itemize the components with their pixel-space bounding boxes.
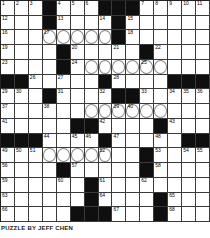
clue-number: 40 [127,104,133,109]
black-cell [112,89,126,104]
black-cell [112,1,126,16]
cell[interactable]: 42 [99,119,113,134]
cell[interactable] [15,60,29,75]
black-cell [71,119,85,134]
black-cell [182,134,196,149]
clue-number: 36 [197,89,203,94]
cell[interactable] [168,60,182,75]
cell[interactable] [140,104,154,119]
cell[interactable]: 21 [112,45,126,60]
cell[interactable] [112,60,126,75]
clue-number: 33 [141,89,147,94]
cell[interactable]: 47 [112,134,126,149]
cell[interactable] [71,104,85,119]
clue-number: 27 [58,75,64,80]
clue-number: 15 [127,16,133,21]
cell[interactable]: 65 [168,193,182,208]
clue-number: 58 [155,163,161,168]
cell[interactable]: 3 [29,1,43,16]
cell[interactable] [43,45,57,60]
cell[interactable] [43,207,57,222]
cell[interactable]: 34 [168,89,182,104]
clue-number: 49 [2,148,8,153]
black-cell [154,207,168,222]
cell[interactable] [112,178,126,193]
black-cell [112,16,126,31]
circle-marker [57,148,70,162]
cell[interactable] [15,193,29,208]
cell[interactable] [71,75,85,90]
cell[interactable] [29,178,43,193]
cell[interactable] [43,119,57,134]
cell[interactable] [140,30,154,45]
cell[interactable]: 22 [154,45,168,60]
cell[interactable] [99,60,113,75]
cell[interactable] [29,16,43,31]
cell[interactable]: 35 [182,89,196,104]
cell[interactable] [29,193,43,208]
cell[interactable] [71,30,85,45]
clue-number: 66 [2,207,8,212]
clue-number: 65 [169,193,175,198]
cell[interactable] [196,193,210,208]
clue-number: 8 [155,1,158,6]
cell[interactable] [15,45,29,60]
cell[interactable] [140,119,154,134]
cell[interactable] [85,45,99,60]
cell[interactable] [85,89,99,104]
cell[interactable] [140,75,154,90]
cell[interactable] [112,193,126,208]
clue-number: 6 [86,1,89,6]
cell[interactable] [196,60,210,75]
black-cell [154,193,168,208]
cell[interactable] [182,163,196,178]
cell[interactable]: 64 [99,193,113,208]
cell[interactable] [29,119,43,134]
black-cell [154,119,168,134]
clue-number: 23 [2,60,8,65]
clue-number: 21 [113,45,119,50]
clue-number: 16 [2,30,8,35]
cell[interactable] [140,207,154,222]
clue-number: 59 [2,178,8,183]
cell[interactable] [71,178,85,193]
circle-marker [57,30,70,44]
black-cell [29,134,43,149]
clue-number: 11 [197,1,202,6]
cell[interactable]: 67 [112,207,126,222]
cell[interactable] [182,30,196,45]
cell[interactable] [196,119,210,134]
cell[interactable] [43,148,57,163]
cell[interactable] [182,119,196,134]
clue-number: 61 [100,178,106,183]
black-cell [196,134,210,149]
cell[interactable]: 38 [43,104,57,119]
cell[interactable]: 14 [99,16,113,31]
cell[interactable]: 62 [140,178,154,193]
circle-marker [154,104,167,118]
crossword-page: 1234567891011121314151617181920212223242… [0,0,210,238]
cell[interactable]: 55 [196,148,210,163]
cell[interactable]: 49 [1,148,15,163]
clue-number: 10 [183,1,189,6]
cell[interactable] [140,16,154,31]
cell[interactable] [168,16,182,31]
cell[interactable]: 13 [57,16,71,31]
cell[interactable] [57,104,71,119]
cell[interactable] [85,75,99,90]
cell[interactable] [57,119,71,134]
cell[interactable] [57,134,71,149]
cell[interactable]: 16 [1,30,15,45]
cell[interactable] [182,178,196,193]
cell[interactable] [126,193,140,208]
cell[interactable] [29,60,43,75]
clue-number: 34 [169,89,175,94]
clue-number: 17 [44,30,50,35]
clue-number: 60 [58,178,64,183]
cell[interactable]: 61 [99,178,113,193]
cell[interactable] [182,16,196,31]
black-cell [57,45,71,60]
cell[interactable] [126,45,140,60]
cell[interactable] [43,60,57,75]
cell[interactable] [71,16,85,31]
cell[interactable] [71,148,85,163]
cell[interactable]: 10 [182,1,196,16]
clue-number: 19 [2,45,8,50]
cell[interactable] [168,45,182,60]
clue-number: 35 [183,89,189,94]
black-cell [85,193,99,208]
clue-number: 5 [72,1,75,6]
cell[interactable] [29,45,43,60]
black-cell [196,75,210,90]
cell[interactable] [99,30,113,45]
clue-number: 29 [2,89,8,94]
cell[interactable] [196,104,210,119]
clue-number: 43 [169,119,175,124]
cell[interactable] [15,163,29,178]
cell[interactable]: 29 [1,89,15,104]
circle-marker [85,104,98,118]
cell[interactable] [126,119,140,134]
cell[interactable] [168,178,182,193]
cell[interactable] [99,45,113,60]
clue-number: 2 [16,1,19,6]
clue-number: 26 [30,75,36,80]
cell[interactable] [71,89,85,104]
cell[interactable] [57,207,71,222]
clue-number: 25 [141,60,147,65]
cell[interactable]: 60 [57,178,71,193]
clue-number: 56 [2,163,8,168]
cell[interactable] [154,30,168,45]
black-cell [140,163,154,178]
cell[interactable] [85,16,99,31]
clue-number: 13 [58,16,64,21]
cell[interactable] [154,104,168,119]
cell[interactable]: 54 [182,148,196,163]
clue-number: 41 [2,119,8,124]
cell[interactable]: 19 [1,45,15,60]
clue-number: 51 [30,148,36,153]
circle-marker [140,104,153,118]
black-cell [43,16,57,31]
cell[interactable] [182,60,196,75]
cell[interactable]: 9 [168,1,182,16]
clue-number: 55 [197,148,203,153]
cell[interactable]: 5 [71,1,85,16]
cell[interactable]: 33 [140,89,154,104]
cell[interactable] [196,178,210,193]
cell[interactable]: 15 [126,16,140,31]
cell[interactable] [29,163,43,178]
clue-number: 63 [2,193,8,198]
cell[interactable] [57,193,71,208]
cell[interactable] [29,89,43,104]
circle-marker [154,60,167,74]
black-cell [15,134,29,149]
cell[interactable]: 50 [15,148,29,163]
cell[interactable] [154,16,168,31]
black-cell [126,1,140,16]
clue-number: 30 [16,89,22,94]
cell[interactable]: 17 [43,30,57,45]
cell[interactable]: 25 [140,60,154,75]
cell[interactable] [196,16,210,31]
cell[interactable]: 6 [85,1,99,16]
cell[interactable] [29,207,43,222]
clue-number: 46 [86,134,92,139]
cell[interactable] [15,207,29,222]
cell[interactable] [140,193,154,208]
cell[interactable] [85,30,99,45]
cell[interactable] [99,104,113,119]
cell[interactable] [15,119,29,134]
black-cell [1,134,15,149]
clue-number: 14 [100,16,106,21]
black-cell [99,207,113,222]
cell[interactable] [126,60,140,75]
cell[interactable]: 36 [196,89,210,104]
cell[interactable]: 46 [85,134,99,149]
cell[interactable] [168,134,182,149]
circle-marker [43,148,56,162]
cell[interactable]: 8 [154,1,168,16]
cell[interactable] [168,104,182,119]
cell[interactable] [196,45,210,60]
cell[interactable] [196,163,210,178]
black-cell [71,207,85,222]
cell[interactable]: 12 [1,16,15,31]
black-cell [112,30,126,45]
cell[interactable] [154,178,168,193]
clue-number: 37 [2,104,8,109]
cell[interactable] [43,193,57,208]
cell[interactable] [15,104,29,119]
clue-number: 39 [113,104,119,109]
cell[interactable] [126,163,140,178]
cell[interactable]: 26 [29,75,43,90]
cell[interactable] [85,148,99,163]
clue-number: 28 [113,75,119,80]
black-cell [85,207,99,222]
cell[interactable]: 45 [71,134,85,149]
cell[interactable] [29,104,43,119]
cell[interactable] [182,45,196,60]
cell[interactable] [71,193,85,208]
cell[interactable] [85,163,99,178]
cell[interactable]: 39 [112,104,126,119]
cell[interactable]: 28 [112,75,126,90]
cell[interactable]: 11 [196,1,210,16]
cell[interactable]: 41 [1,119,15,134]
cell[interactable] [154,60,168,75]
cell[interactable] [168,30,182,45]
cell[interactable] [15,178,29,193]
clue-number: 54 [183,148,189,153]
cell[interactable] [168,148,182,163]
circle-marker [99,30,112,44]
clue-number: 9 [169,1,172,6]
cell[interactable] [85,104,99,119]
clue-number: 64 [100,193,106,198]
cell[interactable]: 68 [168,207,182,222]
clue-number: 53 [155,148,161,153]
cell[interactable]: 2 [15,1,29,16]
clue-number: 3 [30,1,33,6]
clue-number: 38 [44,104,50,109]
cell[interactable]: 52 [99,148,113,163]
black-cell [168,75,182,90]
cell[interactable] [85,60,99,75]
cell[interactable] [15,30,29,45]
cell[interactable] [43,178,57,193]
clue-number: 44 [44,134,50,139]
black-cell [57,60,71,75]
clue-number: 68 [169,207,175,212]
cell[interactable]: 43 [168,119,182,134]
cell[interactable] [126,148,140,163]
cell[interactable] [154,75,168,90]
cell[interactable] [43,163,57,178]
puzzle-byline: PUZZLE BY JEFF CHEN [1,225,73,232]
cell[interactable] [126,178,140,193]
circle-marker [71,148,84,162]
black-cell [85,178,99,193]
cell[interactable] [57,30,71,45]
clue-number: 18 [127,30,133,35]
clue-number: 50 [16,148,22,153]
cell[interactable]: 18 [126,30,140,45]
circle-marker [85,60,98,74]
cell[interactable] [182,193,196,208]
black-cell [126,89,140,104]
cell[interactable]: 23 [1,60,15,75]
cell[interactable]: 59 [1,178,15,193]
cell[interactable] [182,207,196,222]
cell[interactable]: 48 [154,134,168,149]
black-cell [1,75,15,90]
cell[interactable]: 66 [1,207,15,222]
cell[interactable]: 44 [43,134,57,149]
circle-marker [99,60,112,74]
cell[interactable] [43,75,57,90]
cell[interactable] [196,30,210,45]
black-cell [57,163,71,178]
cell[interactable]: 57 [71,163,85,178]
cell[interactable] [15,16,29,31]
cell[interactable]: 1 [1,1,15,16]
cell[interactable]: 37 [1,104,15,119]
cell[interactable] [112,163,126,178]
circle-marker [112,60,125,74]
black-cell [43,89,57,104]
cell[interactable]: 31 [57,89,71,104]
cell[interactable] [29,30,43,45]
black-cell [15,75,29,90]
clue-number: 57 [72,163,78,168]
clue-number: 42 [100,119,106,124]
cell[interactable] [112,119,126,134]
cell[interactable]: 53 [154,148,168,163]
cell[interactable] [182,104,196,119]
cell[interactable]: 20 [71,45,85,60]
cell[interactable]: 24 [71,60,85,75]
cell[interactable]: 4 [57,1,71,16]
cell[interactable]: 27 [57,75,71,90]
cell[interactable] [126,75,140,90]
cell[interactable] [126,207,140,222]
cell[interactable] [168,163,182,178]
clue-number: 7 [141,1,144,6]
cell[interactable]: 56 [1,163,15,178]
circle-marker [71,30,84,44]
cell[interactable]: 63 [1,193,15,208]
clue-number: 45 [72,134,78,139]
clue-number: 22 [155,45,161,50]
clue-number: 67 [113,207,119,212]
cell[interactable]: 30 [15,89,29,104]
black-cell [182,75,196,90]
cell[interactable] [99,163,113,178]
cell[interactable]: 40 [126,104,140,119]
clue-number: 20 [72,45,78,50]
black-cell [140,148,154,163]
cell[interactable] [196,207,210,222]
clue-number: 12 [2,16,8,21]
cell[interactable] [154,89,168,104]
circle-marker [99,104,112,118]
circle-marker [126,60,139,74]
cell[interactable] [112,148,126,163]
black-cell [99,1,113,16]
cell[interactable]: 58 [154,163,168,178]
cell[interactable]: 7 [140,1,154,16]
clue-number: 52 [100,148,106,153]
clue-number: 62 [141,178,147,183]
cell[interactable] [126,134,140,149]
clue-number: 47 [113,134,119,139]
cell[interactable] [140,134,154,149]
cell[interactable]: 51 [29,148,43,163]
clue-number: 48 [155,134,161,139]
cell[interactable] [57,148,71,163]
cell[interactable]: 32 [99,89,113,104]
